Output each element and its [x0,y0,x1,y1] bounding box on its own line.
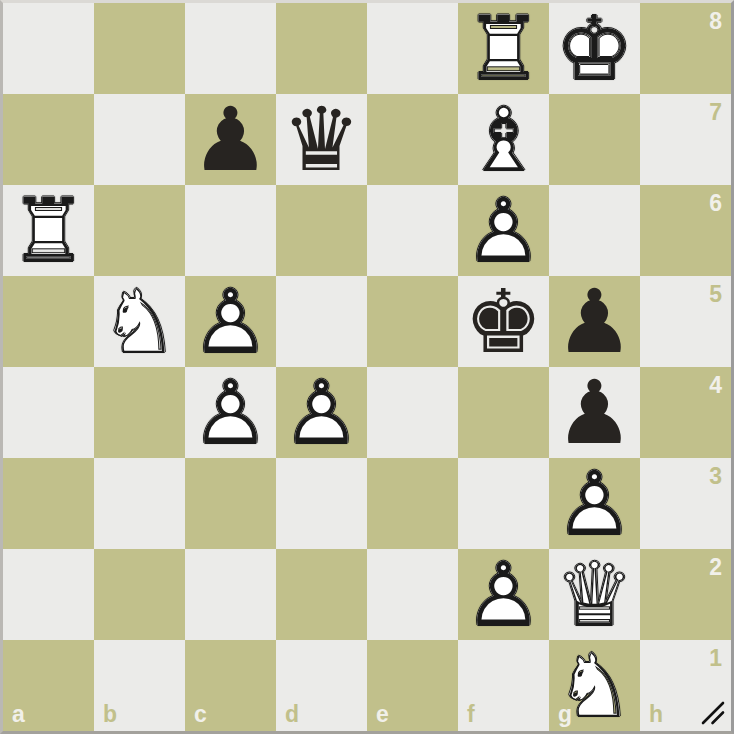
square-b2[interactable] [94,549,185,640]
white-king-outline-glyph: ♔ [549,3,640,94]
square-h3[interactable]: 3 [640,458,731,549]
white-rook[interactable]: ♜♖ [458,3,549,94]
file-label-e: e [376,703,389,726]
square-g6[interactable] [549,185,640,276]
square-g2[interactable]: ♛♕ [549,549,640,640]
square-h6[interactable]: 6 [640,185,731,276]
white-knight-outline-glyph: ♘ [549,640,640,731]
file-label-h: h [649,703,663,726]
square-f5[interactable]: ♚ [458,276,549,367]
square-a3[interactable] [3,458,94,549]
square-f7[interactable]: ♝♗ [458,94,549,185]
square-b6[interactable] [94,185,185,276]
black-pawn-glyph: ♟ [549,276,640,367]
white-rook-outline-glyph: ♖ [458,3,549,94]
square-c4[interactable]: ♟♙ [185,367,276,458]
square-f1[interactable]: f [458,640,549,731]
rank-label-8: 8 [709,10,722,33]
white-pawn[interactable]: ♟♙ [458,185,549,276]
resize-handle-icon[interactable] [698,698,726,726]
square-f2[interactable]: ♟♙ [458,549,549,640]
square-b4[interactable] [94,367,185,458]
square-a7[interactable] [3,94,94,185]
square-g5[interactable]: ♟ [549,276,640,367]
white-king[interactable]: ♚♔ [549,3,640,94]
white-pawn[interactable]: ♟♙ [549,458,640,549]
square-e7[interactable] [367,94,458,185]
chess-board[interactable]: ♜♖♚♔8♟♛♝♗7♜♖♟♙6♞♘♟♙♚♟5♟♙♟♙♟4♟♙3♟♙♛♕2abcd… [3,3,731,731]
square-d7[interactable]: ♛ [276,94,367,185]
white-pawn-outline-glyph: ♙ [276,367,367,458]
square-e1[interactable]: e [367,640,458,731]
rank-label-7: 7 [709,101,722,124]
white-pawn[interactable]: ♟♙ [458,549,549,640]
rank-label-3: 3 [709,465,722,488]
square-e2[interactable] [367,549,458,640]
rank-label-4: 4 [709,374,722,397]
square-a2[interactable] [3,549,94,640]
square-b1[interactable]: b [94,640,185,731]
white-rook-outline-glyph: ♖ [3,185,94,276]
square-a5[interactable] [3,276,94,367]
square-e4[interactable] [367,367,458,458]
white-pawn[interactable]: ♟♙ [185,367,276,458]
square-b5[interactable]: ♞♘ [94,276,185,367]
square-e3[interactable] [367,458,458,549]
square-h7[interactable]: 7 [640,94,731,185]
square-e5[interactable] [367,276,458,367]
rank-label-5: 5 [709,283,722,306]
white-knight-outline-glyph: ♘ [94,276,185,367]
file-label-b: b [103,703,117,726]
black-pawn[interactable]: ♟ [549,367,640,458]
white-pawn-outline-glyph: ♙ [549,458,640,549]
white-knight[interactable]: ♞♘ [549,640,640,731]
square-c6[interactable] [185,185,276,276]
black-pawn-glyph: ♟ [549,367,640,458]
square-f6[interactable]: ♟♙ [458,185,549,276]
square-f3[interactable] [458,458,549,549]
black-queen-glyph: ♛ [276,94,367,185]
square-c5[interactable]: ♟♙ [185,276,276,367]
square-b7[interactable] [94,94,185,185]
square-d1[interactable]: d [276,640,367,731]
chess-board-frame: ♜♖♚♔8♟♛♝♗7♜♖♟♙6♞♘♟♙♚♟5♟♙♟♙♟4♟♙3♟♙♛♕2abcd… [0,0,734,734]
file-label-c: c [194,703,207,726]
white-knight[interactable]: ♞♘ [94,276,185,367]
black-pawn[interactable]: ♟ [185,94,276,185]
square-g8[interactable]: ♚♔ [549,3,640,94]
square-g4[interactable]: ♟ [549,367,640,458]
square-b3[interactable] [94,458,185,549]
black-queen[interactable]: ♛ [276,94,367,185]
square-h5[interactable]: 5 [640,276,731,367]
square-a8[interactable] [3,3,94,94]
file-label-f: f [467,703,475,726]
square-d5[interactable] [276,276,367,367]
square-d4[interactable]: ♟♙ [276,367,367,458]
square-d8[interactable] [276,3,367,94]
square-g3[interactable]: ♟♙ [549,458,640,549]
file-label-a: a [12,703,25,726]
white-queen-outline-glyph: ♕ [549,549,640,640]
square-a6[interactable]: ♜♖ [3,185,94,276]
rank-label-6: 6 [709,192,722,215]
white-bishop[interactable]: ♝♗ [458,94,549,185]
white-pawn-outline-glyph: ♙ [458,185,549,276]
white-pawn[interactable]: ♟♙ [276,367,367,458]
square-d2[interactable] [276,549,367,640]
square-c7[interactable]: ♟ [185,94,276,185]
white-pawn-outline-glyph: ♙ [458,549,549,640]
square-f4[interactable] [458,367,549,458]
square-d6[interactable] [276,185,367,276]
square-g1[interactable]: g♞♘ [549,640,640,731]
square-a4[interactable] [3,367,94,458]
square-c3[interactable] [185,458,276,549]
square-h2[interactable]: 2 [640,549,731,640]
black-pawn-glyph: ♟ [185,94,276,185]
rank-label-1: 1 [709,647,722,670]
square-b8[interactable] [94,3,185,94]
white-rook[interactable]: ♜♖ [3,185,94,276]
black-king[interactable]: ♚ [458,276,549,367]
square-e6[interactable] [367,185,458,276]
square-h4[interactable]: 4 [640,367,731,458]
black-king-glyph: ♚ [458,276,549,367]
square-c2[interactable] [185,549,276,640]
black-pawn[interactable]: ♟ [549,276,640,367]
white-pawn-outline-glyph: ♙ [185,367,276,458]
square-a1[interactable]: a [3,640,94,731]
square-f8[interactable]: ♜♖ [458,3,549,94]
square-d3[interactable] [276,458,367,549]
file-label-d: d [285,703,299,726]
square-c1[interactable]: c [185,640,276,731]
white-pawn[interactable]: ♟♙ [185,276,276,367]
rank-label-2: 2 [709,556,722,579]
square-c8[interactable] [185,3,276,94]
square-g7[interactable] [549,94,640,185]
white-queen[interactable]: ♛♕ [549,549,640,640]
square-h8[interactable]: 8 [640,3,731,94]
white-pawn-outline-glyph: ♙ [185,276,276,367]
white-bishop-outline-glyph: ♗ [458,94,549,185]
square-e8[interactable] [367,3,458,94]
